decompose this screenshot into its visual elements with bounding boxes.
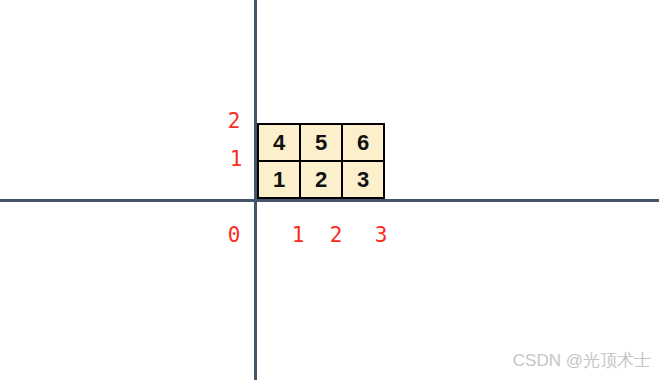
grid-cell-r0c1: 5 <box>301 125 341 160</box>
x-axis-label-3: 3 <box>375 225 388 246</box>
x-axis-line <box>0 199 659 202</box>
x-axis-label-2: 2 <box>330 225 343 246</box>
grid-cell-r1c1: 2 <box>301 162 341 197</box>
x-axis-label-1: 1 <box>292 225 305 246</box>
grid-cell-r0c2: 6 <box>343 125 383 160</box>
coordinate-diagram-canvas: 4 5 6 1 2 3 2 1 0 1 2 3 CSDN @光顶术士 <box>0 0 659 382</box>
y-axis-label-1: 1 <box>230 149 243 170</box>
number-grid: 4 5 6 1 2 3 <box>257 123 385 199</box>
csdn-watermark: CSDN @光顶术士 <box>513 351 651 371</box>
grid-cell-r1c2: 3 <box>343 162 383 197</box>
grid-cell-r1c0: 1 <box>259 162 299 197</box>
x-axis-label-0: 0 <box>228 225 241 246</box>
y-axis-label-2: 2 <box>228 111 241 132</box>
grid-cell-r0c0: 4 <box>259 125 299 160</box>
